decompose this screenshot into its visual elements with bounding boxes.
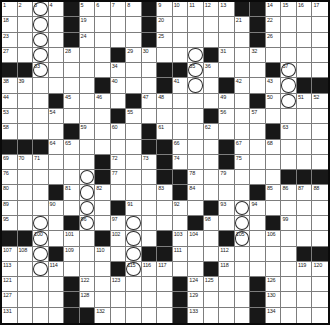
grid-cell[interactable]	[281, 262, 297, 277]
grid-cell[interactable]: 9	[157, 2, 173, 17]
grid-cell[interactable]: 22	[266, 17, 282, 32]
grid-cell[interactable]	[95, 262, 111, 277]
grid-cell[interactable]: 3	[33, 2, 49, 17]
grid-cell[interactable]: 85	[266, 185, 282, 200]
grid-cell[interactable]: 111	[173, 247, 189, 262]
grid-cell[interactable]: 33	[33, 63, 49, 78]
grid-cell[interactable]: 93	[219, 201, 235, 216]
grid-cell[interactable]: 108	[18, 247, 34, 262]
grid-cell[interactable]	[281, 231, 297, 246]
grid-cell[interactable]: 92	[173, 201, 189, 216]
grid-cell[interactable]: 84	[188, 185, 204, 200]
grid-cell[interactable]	[33, 124, 49, 139]
grid-cell[interactable]	[312, 216, 328, 231]
grid-cell[interactable]	[80, 170, 96, 185]
grid-cell[interactable]	[126, 185, 142, 200]
grid-cell[interactable]: 5	[80, 2, 96, 17]
grid-cell[interactable]	[18, 216, 34, 231]
grid-cell[interactable]	[18, 94, 34, 109]
grid-cell[interactable]: 44	[2, 94, 18, 109]
grid-cell[interactable]	[49, 308, 65, 323]
grid-cell[interactable]	[312, 201, 328, 216]
grid-cell[interactable]	[33, 109, 49, 124]
grid-cell[interactable]	[173, 124, 189, 139]
grid-cell[interactable]	[312, 63, 328, 78]
grid-cell[interactable]: 89	[2, 201, 18, 216]
grid-cell[interactable]: 23	[2, 33, 18, 48]
grid-cell[interactable]	[142, 109, 158, 124]
grid-cell[interactable]: 72	[111, 155, 127, 170]
grid-cell[interactable]	[80, 185, 96, 200]
grid-cell[interactable]	[95, 216, 111, 231]
grid-cell[interactable]	[219, 17, 235, 32]
grid-cell[interactable]	[126, 277, 142, 292]
grid-cell[interactable]	[18, 33, 34, 48]
grid-cell[interactable]	[297, 33, 313, 48]
grid-cell[interactable]: 113	[2, 262, 18, 277]
grid-cell[interactable]: 123	[111, 277, 127, 292]
grid-cell[interactable]	[80, 155, 96, 170]
grid-cell[interactable]	[235, 216, 251, 231]
grid-cell[interactable]	[204, 155, 220, 170]
grid-cell[interactable]: 107	[2, 247, 18, 262]
grid-cell[interactable]: 129	[188, 292, 204, 307]
grid-cell[interactable]	[297, 308, 313, 323]
grid-cell[interactable]	[126, 292, 142, 307]
grid-cell[interactable]	[64, 63, 80, 78]
grid-cell[interactable]	[250, 155, 266, 170]
grid-cell[interactable]: 13	[219, 2, 235, 17]
grid-cell[interactable]	[173, 33, 189, 48]
grid-cell[interactable]	[49, 216, 65, 231]
grid-cell[interactable]: 127	[2, 292, 18, 307]
grid-cell[interactable]: 81	[64, 185, 80, 200]
grid-cell[interactable]	[204, 292, 220, 307]
grid-cell[interactable]: 57	[250, 109, 266, 124]
grid-cell[interactable]: 6	[95, 2, 111, 17]
grid-cell[interactable]	[95, 277, 111, 292]
grid-cell[interactable]	[219, 216, 235, 231]
grid-cell[interactable]: 121	[2, 277, 18, 292]
grid-cell[interactable]: 69	[2, 155, 18, 170]
grid-cell[interactable]: 130	[266, 292, 282, 307]
grid-cell[interactable]	[33, 170, 49, 185]
grid-cell[interactable]	[18, 277, 34, 292]
grid-cell[interactable]	[157, 48, 173, 63]
grid-cell[interactable]	[18, 292, 34, 307]
grid-cell[interactable]	[18, 17, 34, 32]
grid-cell[interactable]: 110	[95, 247, 111, 262]
grid-cell[interactable]: 38	[2, 78, 18, 93]
grid-cell[interactable]: 73	[142, 155, 158, 170]
grid-cell[interactable]: 61	[157, 124, 173, 139]
grid-cell[interactable]	[219, 185, 235, 200]
grid-cell[interactable]	[312, 155, 328, 170]
grid-cell[interactable]: 31	[219, 48, 235, 63]
grid-cell[interactable]	[204, 17, 220, 32]
grid-cell[interactable]	[204, 140, 220, 155]
grid-cell[interactable]	[219, 33, 235, 48]
grid-cell[interactable]	[204, 247, 220, 262]
grid-cell[interactable]: 132	[95, 308, 111, 323]
grid-cell[interactable]	[250, 63, 266, 78]
grid-cell[interactable]	[250, 170, 266, 185]
grid-cell[interactable]: 65	[64, 140, 80, 155]
grid-cell[interactable]: 8	[126, 2, 142, 17]
grid-cell[interactable]	[95, 33, 111, 48]
grid-cell[interactable]	[111, 94, 127, 109]
grid-cell[interactable]: 51	[297, 94, 313, 109]
grid-cell[interactable]	[49, 292, 65, 307]
grid-cell[interactable]: 133	[188, 308, 204, 323]
grid-cell[interactable]: 46	[95, 94, 111, 109]
grid-cell[interactable]: 26	[266, 33, 282, 48]
grid-cell[interactable]	[95, 17, 111, 32]
grid-cell[interactable]: 96	[80, 216, 96, 231]
grid-cell[interactable]	[188, 94, 204, 109]
grid-cell[interactable]	[18, 262, 34, 277]
grid-cell[interactable]: 37	[281, 63, 297, 78]
grid-cell[interactable]: 16	[297, 2, 313, 17]
grid-cell[interactable]	[312, 109, 328, 124]
grid-cell[interactable]	[235, 292, 251, 307]
grid-cell[interactable]	[266, 155, 282, 170]
grid-cell[interactable]	[235, 277, 251, 292]
grid-cell[interactable]	[297, 216, 313, 231]
grid-cell[interactable]	[95, 201, 111, 216]
grid-cell[interactable]	[281, 33, 297, 48]
grid-cell[interactable]: 116	[142, 262, 158, 277]
grid-cell[interactable]: 97	[111, 216, 127, 231]
grid-cell[interactable]	[204, 33, 220, 48]
grid-cell[interactable]: 131	[2, 308, 18, 323]
grid-cell[interactable]	[188, 262, 204, 277]
grid-cell[interactable]	[142, 308, 158, 323]
grid-cell[interactable]: 122	[80, 277, 96, 292]
grid-cell[interactable]: 100	[33, 231, 49, 246]
grid-cell[interactable]: 106	[266, 231, 282, 246]
grid-cell[interactable]	[188, 33, 204, 48]
grid-cell[interactable]: 99	[281, 216, 297, 231]
grid-cell[interactable]: 52	[312, 94, 328, 109]
grid-cell[interactable]	[312, 140, 328, 155]
grid-cell[interactable]	[250, 262, 266, 277]
grid-cell[interactable]	[18, 124, 34, 139]
grid-cell[interactable]	[250, 124, 266, 139]
grid-cell[interactable]	[281, 48, 297, 63]
grid-cell[interactable]	[297, 292, 313, 307]
grid-cell[interactable]	[49, 231, 65, 246]
grid-cell[interactable]: 41	[173, 78, 189, 93]
grid-cell[interactable]	[126, 140, 142, 155]
grid-cell[interactable]: 126	[266, 277, 282, 292]
grid-cell[interactable]: 103	[173, 231, 189, 246]
grid-cell[interactable]: 90	[49, 201, 65, 216]
grid-cell[interactable]: 86	[281, 185, 297, 200]
grid-cell[interactable]: 60	[111, 124, 127, 139]
grid-cell[interactable]	[297, 124, 313, 139]
grid-cell[interactable]	[142, 185, 158, 200]
grid-cell[interactable]	[111, 33, 127, 48]
grid-cell[interactable]	[235, 33, 251, 48]
grid-cell[interactable]: 29	[126, 48, 142, 63]
grid-cell[interactable]: 50	[266, 94, 282, 109]
grid-cell[interactable]	[297, 48, 313, 63]
grid-cell[interactable]	[281, 17, 297, 32]
grid-cell[interactable]	[111, 247, 127, 262]
grid-cell[interactable]	[297, 63, 313, 78]
grid-cell[interactable]	[142, 231, 158, 246]
grid-cell[interactable]	[18, 170, 34, 185]
grid-cell[interactable]	[235, 124, 251, 139]
grid-cell[interactable]: 95	[2, 216, 18, 231]
grid-cell[interactable]	[111, 292, 127, 307]
grid-cell[interactable]: 7	[111, 2, 127, 17]
grid-cell[interactable]	[126, 231, 142, 246]
grid-cell[interactable]	[142, 78, 158, 93]
grid-cell[interactable]: 66	[173, 140, 189, 155]
grid-cell[interactable]	[235, 94, 251, 109]
grid-cell[interactable]	[297, 155, 313, 170]
grid-cell[interactable]	[281, 247, 297, 262]
grid-cell[interactable]	[111, 185, 127, 200]
grid-cell[interactable]	[173, 262, 189, 277]
grid-cell[interactable]	[297, 277, 313, 292]
grid-cell[interactable]	[33, 48, 49, 63]
grid-cell[interactable]	[126, 308, 142, 323]
grid-cell[interactable]	[235, 48, 251, 63]
grid-cell[interactable]: 54	[49, 109, 65, 124]
grid-cell[interactable]	[49, 170, 65, 185]
grid-cell[interactable]	[80, 63, 96, 78]
grid-cell[interactable]	[266, 48, 282, 63]
grid-cell[interactable]	[235, 247, 251, 262]
grid-cell[interactable]: 32	[250, 48, 266, 63]
grid-cell[interactable]: 39	[18, 78, 34, 93]
grid-cell[interactable]: 80	[2, 185, 18, 200]
grid-cell[interactable]: 102	[111, 231, 127, 246]
grid-cell[interactable]	[250, 78, 266, 93]
grid-cell[interactable]: 15	[281, 2, 297, 17]
grid-cell[interactable]: 83	[157, 185, 173, 200]
grid-cell[interactable]	[33, 277, 49, 292]
grid-cell[interactable]	[33, 201, 49, 216]
grid-cell[interactable]	[219, 292, 235, 307]
grid-cell[interactable]: 88	[312, 185, 328, 200]
grid-cell[interactable]	[281, 308, 297, 323]
grid-cell[interactable]	[33, 262, 49, 277]
grid-cell[interactable]: 47	[142, 94, 158, 109]
grid-cell[interactable]	[126, 216, 142, 231]
grid-cell[interactable]: 78	[188, 170, 204, 185]
grid-cell[interactable]: 21	[235, 17, 251, 32]
grid-cell[interactable]: 76	[2, 170, 18, 185]
grid-cell[interactable]: 36	[204, 63, 220, 78]
grid-cell[interactable]	[33, 94, 49, 109]
grid-cell[interactable]	[188, 247, 204, 262]
grid-cell[interactable]: 2	[18, 2, 34, 17]
grid-cell[interactable]: 77	[111, 170, 127, 185]
grid-cell[interactable]	[235, 185, 251, 200]
grid-cell[interactable]: 68	[266, 140, 282, 155]
grid-cell[interactable]: 120	[312, 262, 328, 277]
grid-cell[interactable]	[312, 33, 328, 48]
grid-cell[interactable]	[80, 140, 96, 155]
grid-cell[interactable]: 35	[188, 63, 204, 78]
grid-cell[interactable]	[266, 201, 282, 216]
grid-cell[interactable]	[49, 155, 65, 170]
grid-cell[interactable]	[312, 124, 328, 139]
grid-cell[interactable]: 124	[188, 277, 204, 292]
grid-cell[interactable]	[204, 308, 220, 323]
grid-cell[interactable]: 112	[219, 247, 235, 262]
grid-cell[interactable]	[250, 247, 266, 262]
grid-cell[interactable]	[281, 140, 297, 155]
grid-cell[interactable]: 11	[188, 2, 204, 17]
grid-cell[interactable]	[173, 216, 189, 231]
grid-cell[interactable]	[33, 308, 49, 323]
grid-cell[interactable]: 115	[126, 262, 142, 277]
grid-cell[interactable]: 125	[204, 277, 220, 292]
grid-cell[interactable]: 58	[2, 124, 18, 139]
grid-cell[interactable]	[281, 94, 297, 109]
grid-cell[interactable]: 75	[235, 155, 251, 170]
grid-cell[interactable]	[297, 231, 313, 246]
grid-cell[interactable]	[111, 308, 127, 323]
grid-cell[interactable]: 104	[188, 231, 204, 246]
grid-cell[interactable]	[312, 48, 328, 63]
grid-cell[interactable]: 105	[235, 231, 251, 246]
grid-cell[interactable]	[64, 201, 80, 216]
grid-cell[interactable]	[235, 170, 251, 185]
grid-cell[interactable]	[64, 109, 80, 124]
grid-cell[interactable]	[235, 308, 251, 323]
grid-cell[interactable]	[33, 185, 49, 200]
grid-cell[interactable]	[49, 17, 65, 32]
grid-cell[interactable]: 87	[297, 185, 313, 200]
grid-cell[interactable]: 64	[49, 140, 65, 155]
grid-cell[interactable]: 94	[250, 201, 266, 216]
grid-cell[interactable]: 134	[266, 308, 282, 323]
grid-cell[interactable]	[266, 262, 282, 277]
grid-cell[interactable]	[157, 201, 173, 216]
grid-cell[interactable]	[64, 170, 80, 185]
grid-cell[interactable]	[95, 63, 111, 78]
grid-cell[interactable]	[64, 155, 80, 170]
grid-cell[interactable]	[33, 17, 49, 32]
grid-cell[interactable]: 98	[204, 216, 220, 231]
grid-cell[interactable]	[266, 109, 282, 124]
grid-cell[interactable]: 19	[80, 17, 96, 32]
grid-cell[interactable]: 42	[235, 78, 251, 93]
grid-cell[interactable]	[219, 277, 235, 292]
grid-cell[interactable]	[80, 231, 96, 246]
grid-cell[interactable]	[80, 78, 96, 93]
grid-cell[interactable]	[204, 170, 220, 185]
grid-cell[interactable]: 119	[297, 262, 313, 277]
grid-cell[interactable]	[297, 201, 313, 216]
grid-cell[interactable]	[18, 48, 34, 63]
grid-cell[interactable]	[142, 292, 158, 307]
grid-cell[interactable]	[312, 17, 328, 32]
grid-cell[interactable]: 91	[126, 201, 142, 216]
grid-cell[interactable]	[250, 140, 266, 155]
grid-cell[interactable]: 30	[142, 48, 158, 63]
grid-cell[interactable]	[188, 201, 204, 216]
grid-cell[interactable]: 17	[312, 2, 328, 17]
grid-cell[interactable]	[49, 48, 65, 63]
grid-cell[interactable]: 14	[266, 2, 282, 17]
grid-cell[interactable]	[281, 109, 297, 124]
grid-cell[interactable]	[142, 201, 158, 216]
grid-cell[interactable]	[204, 231, 220, 246]
grid-cell[interactable]	[111, 140, 127, 155]
grid-cell[interactable]: 34	[111, 63, 127, 78]
grid-cell[interactable]	[157, 308, 173, 323]
grid-cell[interactable]	[188, 124, 204, 139]
grid-cell[interactable]: 18	[2, 17, 18, 32]
grid-cell[interactable]	[95, 124, 111, 139]
grid-cell[interactable]: 118	[219, 262, 235, 277]
grid-cell[interactable]: 12	[204, 2, 220, 17]
grid-cell[interactable]	[80, 109, 96, 124]
grid-cell[interactable]	[281, 277, 297, 292]
grid-cell[interactable]	[281, 201, 297, 216]
grid-cell[interactable]	[80, 247, 96, 262]
grid-cell[interactable]	[80, 201, 96, 216]
grid-cell[interactable]	[173, 94, 189, 109]
grid-cell[interactable]	[157, 277, 173, 292]
grid-cell[interactable]	[80, 94, 96, 109]
grid-cell[interactable]: 40	[111, 78, 127, 93]
grid-cell[interactable]	[80, 262, 96, 277]
grid-cell[interactable]	[281, 155, 297, 170]
grid-cell[interactable]	[95, 48, 111, 63]
grid-cell[interactable]	[250, 231, 266, 246]
grid-cell[interactable]: 24	[80, 33, 96, 48]
grid-cell[interactable]	[235, 201, 251, 216]
grid-cell[interactable]	[297, 140, 313, 155]
grid-cell[interactable]: 4	[49, 2, 65, 17]
grid-cell[interactable]: 56	[219, 109, 235, 124]
grid-cell[interactable]	[126, 63, 142, 78]
grid-cell[interactable]	[126, 17, 142, 32]
grid-cell[interactable]	[18, 185, 34, 200]
grid-cell[interactable]	[297, 109, 313, 124]
grid-cell[interactable]	[142, 277, 158, 292]
grid-cell[interactable]	[312, 308, 328, 323]
grid-cell[interactable]	[219, 63, 235, 78]
grid-cell[interactable]	[33, 33, 49, 48]
grid-cell[interactable]	[173, 17, 189, 32]
grid-cell[interactable]: 59	[80, 124, 96, 139]
grid-cell[interactable]	[33, 247, 49, 262]
grid-cell[interactable]	[126, 78, 142, 93]
grid-cell[interactable]: 67	[235, 140, 251, 155]
grid-cell[interactable]: 25	[157, 33, 173, 48]
grid-cell[interactable]	[142, 170, 158, 185]
grid-cell[interactable]	[235, 109, 251, 124]
grid-cell[interactable]	[219, 308, 235, 323]
grid-cell[interactable]	[157, 109, 173, 124]
grid-cell[interactable]	[204, 78, 220, 93]
grid-cell[interactable]	[266, 247, 282, 262]
grid-cell[interactable]	[33, 78, 49, 93]
grid-cell[interactable]: 109	[64, 247, 80, 262]
grid-cell[interactable]: 70	[18, 155, 34, 170]
grid-cell[interactable]	[126, 170, 142, 185]
grid-cell[interactable]	[235, 262, 251, 277]
